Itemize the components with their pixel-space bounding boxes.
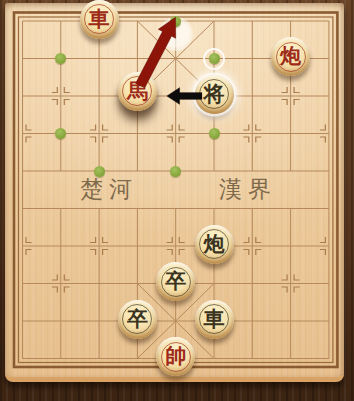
piece-black-general[interactable]: 将 [195,75,234,114]
piece-glyph: 卒 [165,270,186,291]
move-hint-dot[interactable] [170,166,181,177]
piece-glyph: 卒 [127,308,148,329]
piece-red-chariot[interactable]: 車 [80,0,119,39]
piece-glyph: 馬 [127,80,148,101]
piece-glyph: 車 [89,8,110,29]
piece-glyph: 将 [204,83,225,104]
xiangqi-board[interactable]: 楚河 漢界 車炮馬将炮卒卒車帥 [0,0,354,401]
piece-red-general[interactable]: 帥 [156,337,195,376]
hint-dot-ring [203,48,225,70]
piece-glyph: 炮 [204,233,225,254]
piece-black-soldier[interactable]: 卒 [118,300,157,339]
piece-black-soldier[interactable]: 卒 [156,262,195,301]
piece-black-chariot[interactable]: 車 [195,300,234,339]
piece-red-cannon[interactable]: 炮 [271,37,310,76]
move-hint-dot[interactable] [94,166,105,177]
move-hint-dot[interactable] [170,16,181,27]
move-hint-dot[interactable] [209,128,220,139]
piece-black-cannon[interactable]: 炮 [195,225,234,264]
piece-glyph: 帥 [165,345,186,366]
piece-red-horse[interactable]: 馬 [118,72,157,111]
piece-glyph: 炮 [280,45,301,66]
piece-glyph: 車 [204,308,225,329]
